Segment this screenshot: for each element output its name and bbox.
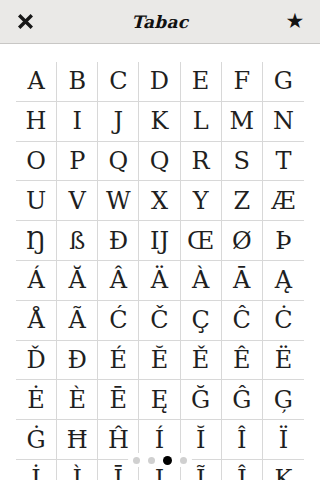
glyph-cell-Ċ[interactable]: Ċ xyxy=(263,301,304,341)
glyph-cell-İ[interactable]: İ xyxy=(16,460,57,480)
glyph-cell-F[interactable]: F xyxy=(222,62,263,102)
glyph-cell-Ć[interactable]: Ć xyxy=(98,301,139,341)
glyph-cell-Ā[interactable]: Ā xyxy=(222,261,263,301)
glyph-cell-Œ[interactable]: Œ xyxy=(181,221,222,261)
glyph-cell-Ę[interactable]: Ę xyxy=(139,380,180,420)
glyph-cell-R[interactable]: R xyxy=(181,142,222,182)
glyph-cell-È[interactable]: È xyxy=(57,380,98,420)
glyph-cell-Î[interactable]: Î xyxy=(222,420,263,460)
glyph-cell-X[interactable]: X xyxy=(139,181,180,221)
glyph-cell-Ė[interactable]: Ė xyxy=(16,380,57,420)
glyph-cell-L[interactable]: L xyxy=(181,102,222,142)
glyph-cell-I[interactable]: I xyxy=(57,102,98,142)
glyph-cell-Á[interactable]: Á xyxy=(16,261,57,301)
glyph-cell-À[interactable]: À xyxy=(181,261,222,301)
glyph-cell-D[interactable]: D xyxy=(139,62,180,102)
glyph-cell-Ë[interactable]: Ë xyxy=(263,341,304,381)
glyph-cell-N[interactable]: N xyxy=(263,102,304,142)
glyph-cell-Æ[interactable]: Æ xyxy=(263,181,304,221)
navbar: Tabac ★ xyxy=(0,0,320,44)
glyph-cell-U[interactable]: U xyxy=(16,181,57,221)
glyph-cell-Ê[interactable]: Ê xyxy=(222,341,263,381)
glyph-cell-Z[interactable]: Z xyxy=(222,181,263,221)
glyph-cell-Ď[interactable]: Ď xyxy=(16,341,57,381)
page-control[interactable] xyxy=(128,453,192,467)
glyph-cell-Đ[interactable]: Đ xyxy=(57,341,98,381)
glyph-cell-Ĝ[interactable]: Ĝ xyxy=(222,380,263,420)
glyph-cell-Þ[interactable]: Þ xyxy=(263,221,304,261)
glyph-cell-Ì[interactable]: Ì xyxy=(57,460,98,480)
glyph-cell-Ē[interactable]: Ē xyxy=(98,380,139,420)
glyph-cell-Â[interactable]: Â xyxy=(98,261,139,301)
star-icon: ★ xyxy=(286,11,305,32)
glyph-cell-E[interactable]: E xyxy=(181,62,222,102)
glyph-grid: ABCDEFGHIJKLMNOPQQRSTUVWXYZÆŊßÐIJŒØÞÁĂÂÄ… xyxy=(16,44,304,480)
glyph-cell-Ķ[interactable]: Ķ xyxy=(263,460,304,480)
glyph-cell-Ą[interactable]: Ą xyxy=(263,261,304,301)
glyph-cell-Ä[interactable]: Ä xyxy=(139,261,180,301)
glyph-cell-Ħ[interactable]: Ħ xyxy=(57,420,98,460)
glyph-cell-ß[interactable]: ß xyxy=(57,221,98,261)
page-dot-1[interactable] xyxy=(133,457,140,464)
glyph-cell-IJ[interactable]: IJ xyxy=(139,221,180,261)
page-dot-3-active[interactable] xyxy=(163,456,172,465)
glyph-cell-Ø[interactable]: Ø xyxy=(222,221,263,261)
glyph-cell-Q[interactable]: Q xyxy=(98,142,139,182)
glyph-cell-O[interactable]: O xyxy=(16,142,57,182)
glyph-cell-Ç[interactable]: Ç xyxy=(181,301,222,341)
glyph-cell-J[interactable]: J xyxy=(98,102,139,142)
glyph-cell-C[interactable]: C xyxy=(98,62,139,102)
glyph-cell-S[interactable]: S xyxy=(222,142,263,182)
glyph-cell-É[interactable]: É xyxy=(98,341,139,381)
glyph-cell-H[interactable]: H xyxy=(16,102,57,142)
glyph-cell-Ŋ[interactable]: Ŋ xyxy=(16,221,57,261)
glyph-cell-Č[interactable]: Č xyxy=(139,301,180,341)
glyph-cell-W[interactable]: W xyxy=(98,181,139,221)
glyph-cell-Ĵ[interactable]: Ĵ xyxy=(222,460,263,480)
glyph-cell-Ĉ[interactable]: Ĉ xyxy=(222,301,263,341)
glyph-cell-Ï[interactable]: Ï xyxy=(263,420,304,460)
close-button[interactable] xyxy=(8,5,42,39)
favorite-button[interactable]: ★ xyxy=(278,5,312,39)
glyph-cell-Ă[interactable]: Ă xyxy=(57,261,98,301)
glyph-cell-P[interactable]: P xyxy=(57,142,98,182)
glyph-cell-Ġ[interactable]: Ġ xyxy=(16,420,57,460)
close-icon xyxy=(17,13,34,30)
glyph-cell-M[interactable]: M xyxy=(222,102,263,142)
glyph-cell-Q[interactable]: Q xyxy=(139,142,180,182)
page-dot-2[interactable] xyxy=(148,457,155,464)
page-title: Tabac xyxy=(132,12,189,32)
font-specimen-screen: Tabac ★ ABCDEFGHIJKLMNOPQQRSTUVWXYZÆŊßÐI… xyxy=(0,0,320,480)
glyph-cell-Å[interactable]: Å xyxy=(16,301,57,341)
glyph-cell-Y[interactable]: Y xyxy=(181,181,222,221)
glyph-cell-Ã[interactable]: Ã xyxy=(57,301,98,341)
glyph-cell-B[interactable]: B xyxy=(57,62,98,102)
page-dot-4[interactable] xyxy=(180,457,187,464)
glyph-cell-Ě[interactable]: Ě xyxy=(181,341,222,381)
glyph-cell-Ģ[interactable]: Ģ xyxy=(263,380,304,420)
glyph-cell-Ğ[interactable]: Ğ xyxy=(181,380,222,420)
glyph-cell-T[interactable]: T xyxy=(263,142,304,182)
glyph-cell-Ĕ[interactable]: Ĕ xyxy=(139,341,180,381)
glyph-cell-K[interactable]: K xyxy=(139,102,180,142)
glyph-cell-Ð[interactable]: Ð xyxy=(98,221,139,261)
glyph-cell-G[interactable]: G xyxy=(263,62,304,102)
glyph-cell-A[interactable]: A xyxy=(16,62,57,102)
glyph-cell-V[interactable]: V xyxy=(57,181,98,221)
